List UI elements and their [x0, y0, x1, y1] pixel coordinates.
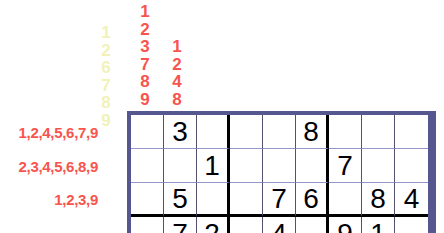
cell-r4c9[interactable]	[395, 217, 428, 233]
column-candidate-digit: 1	[137, 3, 153, 21]
faded-candidate-column: 126789	[98, 24, 114, 129]
cell-r3c3[interactable]	[197, 183, 230, 217]
cell-r3c5[interactable]: 7	[263, 183, 296, 217]
cell-r1c4[interactable]	[230, 115, 263, 149]
cell-r3c9[interactable]: 4	[395, 183, 428, 217]
cell-r4c3[interactable]: 2	[197, 217, 230, 233]
cell-r3c2[interactable]: 5	[164, 183, 197, 217]
cell-r1c9[interactable]	[395, 115, 428, 149]
column-candidate-digit: 7	[137, 56, 153, 74]
cell-r3c6[interactable]: 6	[296, 183, 329, 217]
cell-r4c6[interactable]	[296, 217, 329, 233]
column-candidate-digit: 8	[169, 91, 185, 109]
cell-r3c7[interactable]	[329, 183, 362, 217]
column-1-candidates: 123789	[137, 3, 153, 108]
cell-r4c2[interactable]: 7	[164, 217, 197, 233]
cell-r1c5[interactable]	[263, 115, 296, 149]
cell-r3c4[interactable]	[230, 183, 263, 217]
faded-candidate-digit: 1	[98, 24, 114, 42]
column-candidate-digit: 4	[169, 73, 185, 91]
cell-r2c9[interactable]	[395, 149, 428, 183]
cell-r4c4[interactable]	[230, 217, 263, 233]
faded-candidate-digit: 6	[98, 59, 114, 77]
sudoku-solver-screenshot: 126789 123789 1248 1,2,4,5,6,7,9 2,3,4,5…	[0, 0, 444, 233]
cell-r3c1[interactable]	[131, 183, 164, 217]
row-3-candidates-label: 1,2,3,9	[0, 191, 98, 208]
cell-r2c6[interactable]	[296, 149, 329, 183]
row-2-candidates-label: 2,3,4,5,6,8,9	[0, 158, 98, 175]
cell-r2c7[interactable]: 7	[329, 149, 362, 183]
cell-r1c6[interactable]: 8	[296, 115, 329, 149]
cell-r2c4[interactable]	[230, 149, 263, 183]
cell-r2c8[interactable]	[362, 149, 395, 183]
faded-candidate-digit: 2	[98, 42, 114, 60]
cell-r2c2[interactable]	[164, 149, 197, 183]
column-2-candidates: 1248	[169, 38, 185, 108]
column-candidate-digit: 1	[169, 38, 185, 56]
cell-r4c8[interactable]: 1	[362, 217, 395, 233]
row-1-candidates-label: 1,2,4,5,6,7,9	[0, 124, 98, 141]
cell-r4c7[interactable]: 9	[329, 217, 362, 233]
faded-candidate-digit: 7	[98, 77, 114, 95]
cell-r4c1[interactable]	[131, 217, 164, 233]
cell-r4c5[interactable]: 4	[263, 217, 296, 233]
cell-r1c1[interactable]	[131, 115, 164, 149]
column-candidate-digit: 8	[137, 73, 153, 91]
column-candidate-digit: 9	[137, 91, 153, 109]
cell-r2c5[interactable]	[263, 149, 296, 183]
cell-r3c8[interactable]: 8	[362, 183, 395, 217]
cell-r1c7[interactable]	[329, 115, 362, 149]
cell-r2c1[interactable]	[131, 149, 164, 183]
cell-r1c3[interactable]	[197, 115, 230, 149]
column-candidate-digit: 2	[169, 56, 185, 74]
column-candidate-digit: 2	[137, 21, 153, 39]
cell-r1c2[interactable]: 3	[164, 115, 197, 149]
cell-r1c8[interactable]	[362, 115, 395, 149]
faded-candidate-digit: 9	[98, 112, 114, 130]
faded-candidate-digit: 8	[98, 94, 114, 112]
column-candidate-digit: 3	[137, 38, 153, 56]
sudoku-grid[interactable]: 38175768472491	[127, 111, 436, 233]
cell-r2c3[interactable]: 1	[197, 149, 230, 183]
